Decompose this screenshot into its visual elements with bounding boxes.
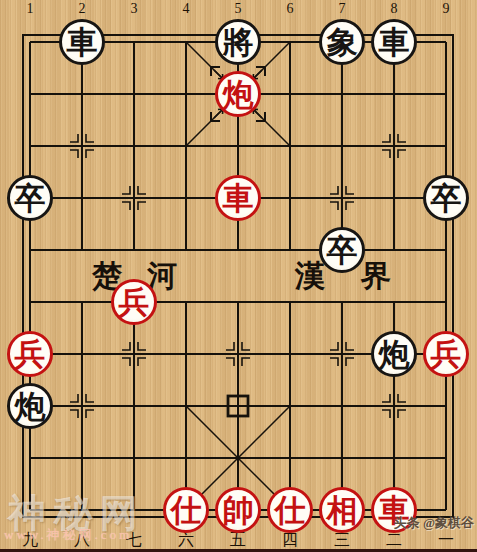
piece-black-cannon[interactable]: 炮 [368, 328, 420, 380]
piece-glyph: 帥 [215, 487, 261, 533]
piece-red-cannon[interactable]: 炮 [212, 68, 264, 120]
xiangqi-board: 123456789 九八七六五四三二一 楚河漢界 車將象車炮卒車卒卒兵兵炮兵炮仕… [0, 0, 477, 552]
file-label-top-9: 9 [443, 1, 450, 17]
pieces-grid[interactable]: 車將象車炮卒車卒卒兵兵炮兵炮仕帥仕相車 [4, 16, 472, 536]
file-label-top-4: 4 [183, 1, 190, 17]
piece-black-chariot[interactable]: 車 [56, 16, 108, 68]
piece-black-elephant[interactable]: 象 [316, 16, 368, 68]
piece-red-general[interactable]: 帥 [212, 484, 264, 536]
piece-black-soldier[interactable]: 卒 [420, 172, 472, 224]
piece-glyph: 兵 [7, 331, 53, 377]
piece-glyph: 相 [319, 487, 365, 533]
file-label-top-8: 8 [391, 1, 398, 17]
piece-red-advisor[interactable]: 仕 [160, 484, 212, 536]
piece-glyph: 兵 [423, 331, 469, 377]
piece-glyph: 車 [371, 19, 417, 65]
watermark-site-url: www.神秘网.com [4, 526, 132, 544]
file-label-top-1: 1 [27, 1, 34, 17]
piece-red-soldier[interactable]: 兵 [108, 276, 160, 328]
piece-glyph: 仕 [163, 487, 209, 533]
file-label-top-6: 6 [287, 1, 294, 17]
file-label-top-5: 5 [235, 1, 242, 17]
piece-glyph: 仕 [267, 487, 313, 533]
piece-black-soldier[interactable]: 卒 [4, 172, 56, 224]
piece-glyph: 兵 [111, 279, 157, 325]
piece-red-chariot[interactable]: 車 [212, 172, 264, 224]
piece-black-general[interactable]: 將 [212, 16, 264, 68]
piece-black-soldier[interactable]: 卒 [316, 224, 368, 276]
piece-red-elephant[interactable]: 相 [316, 484, 368, 536]
piece-red-soldier[interactable]: 兵 [4, 328, 56, 380]
piece-glyph: 象 [319, 19, 365, 65]
piece-black-cannon[interactable]: 炮 [4, 380, 56, 432]
piece-red-advisor[interactable]: 仕 [264, 484, 316, 536]
piece-glyph: 車 [215, 175, 261, 221]
piece-glyph: 炮 [7, 383, 53, 429]
piece-black-chariot[interactable]: 車 [368, 16, 420, 68]
piece-glyph: 炮 [215, 71, 261, 117]
piece-glyph: 炮 [371, 331, 417, 377]
file-label-top-3: 3 [131, 1, 138, 17]
piece-glyph: 卒 [319, 227, 365, 273]
watermark-credit: 头条 @象棋谷 [394, 514, 474, 532]
piece-glyph: 卒 [7, 175, 53, 221]
piece-glyph: 卒 [423, 175, 469, 221]
piece-red-soldier[interactable]: 兵 [420, 328, 472, 380]
piece-glyph: 將 [215, 19, 261, 65]
file-label-top-2: 2 [79, 1, 86, 17]
file-label-top-7: 7 [339, 1, 346, 17]
piece-glyph: 車 [59, 19, 105, 65]
